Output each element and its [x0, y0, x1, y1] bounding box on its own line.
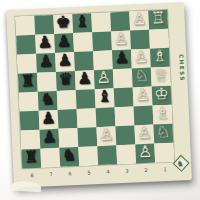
rank-label-4: 4: [98, 166, 117, 177]
square-h5: [78, 146, 98, 166]
square-h7: [40, 148, 60, 168]
black-pawn: ♟: [54, 31, 74, 51]
black-pawn: ♟: [75, 68, 95, 88]
square-d1: ♕: [151, 67, 171, 87]
brand-text: CHESS: [178, 54, 185, 82]
knight-logo-icon: ♞: [172, 155, 189, 172]
square-c8: [17, 54, 37, 74]
mat-corner-curl: [11, 181, 42, 193]
rank-label-8: 8: [22, 170, 41, 181]
square-b5: [73, 32, 93, 52]
black-pawn: ♟: [55, 50, 75, 70]
square-f1: ♗: [153, 105, 173, 125]
square-f7: ♟: [39, 110, 59, 130]
square-a5: ♝: [72, 13, 92, 33]
square-g7: ♟: [40, 129, 60, 149]
square-e3: [114, 87, 134, 107]
square-h4: [97, 145, 117, 165]
white-pawn: ♙: [134, 123, 154, 143]
white-pawn: ♙: [111, 29, 131, 49]
rank-label-3: 3: [117, 165, 136, 176]
brand-logo: ♞: [172, 154, 189, 171]
white-pawn: ♙: [135, 142, 155, 162]
square-g1: ♘: [153, 124, 173, 144]
square-a8: [15, 16, 35, 36]
square-g8: [21, 130, 41, 150]
square-f5: [77, 108, 97, 128]
square-c2: ♙: [131, 49, 151, 69]
square-f8: [20, 111, 40, 131]
square-g3: [115, 125, 135, 145]
square-f6: [58, 109, 78, 129]
black-queen: ♛: [56, 69, 76, 89]
square-e4: ♝: [95, 88, 115, 108]
square-h3: [116, 144, 136, 164]
square-e5: [76, 89, 96, 109]
square-h8: ♜: [21, 149, 41, 169]
square-e6: [57, 90, 77, 110]
black-bishop: ♝: [95, 86, 115, 106]
square-h6: ♞: [59, 147, 79, 167]
rank-label-2: 2: [136, 165, 155, 176]
square-e1: ♔: [152, 86, 172, 106]
white-pawn: ♙: [131, 47, 151, 67]
square-f4: [96, 107, 116, 127]
black-bishop: ♝: [72, 11, 92, 31]
square-e2: ♙: [133, 87, 153, 107]
square-h2: ♙: [135, 144, 155, 164]
square-c1: ♗: [150, 48, 170, 68]
rank-label-5: 5: [79, 167, 98, 178]
square-b1: [149, 29, 169, 49]
black-knight: ♞: [59, 145, 79, 165]
square-d2: ♘: [132, 68, 152, 88]
black-rook: ♜: [21, 147, 41, 167]
square-b8: [16, 35, 36, 55]
square-d3: [113, 68, 133, 88]
white-rook: ♖: [148, 8, 168, 28]
square-a7: [34, 15, 54, 35]
square-g6: [58, 128, 78, 148]
black-pawn: ♟: [39, 108, 59, 128]
white-queen: ♕: [151, 65, 171, 85]
square-f2: [134, 106, 154, 126]
white-pawn: ♙: [129, 9, 149, 29]
square-b7: ♟: [35, 34, 55, 54]
square-d6: ♛: [56, 71, 76, 91]
white-knight: ♘: [132, 66, 152, 86]
white-bishop: ♗: [150, 46, 170, 66]
square-a1: ♖: [148, 10, 168, 30]
white-pawn: ♙: [133, 85, 153, 105]
black-king: ♚: [53, 12, 73, 32]
square-e7: ♞: [38, 91, 58, 111]
square-b4: [92, 31, 112, 51]
white-king: ♔: [152, 84, 172, 104]
black-pawn: ♟: [36, 51, 56, 71]
square-b2: [130, 30, 150, 50]
black-pawn: ♟: [35, 32, 55, 52]
square-a3: [110, 12, 130, 32]
square-b3: ♙: [111, 31, 131, 51]
black-pawn: ♟: [112, 48, 132, 68]
square-d4: ♙: [94, 69, 114, 89]
square-c7: ♟: [36, 53, 56, 73]
white-pawn: ♙: [94, 67, 114, 87]
square-d8: ♜: [18, 73, 38, 93]
square-a6: ♚: [53, 14, 73, 34]
square-c4: [93, 50, 113, 70]
square-c5: [74, 51, 94, 71]
chess-mat: ♚♝♙♖♟♟♙♟♟♟♙♗♜♛♟♙♘♕♞♝♙♔♟♗♟♙♙♘♜♞♙ 87654321…: [6, 2, 192, 188]
rank-label-7: 7: [41, 169, 60, 180]
rank-label-6: 6: [60, 168, 79, 179]
photo-scene: ♚♝♙♖♟♟♙♟♟♟♙♗♜♛♟♙♘♕♞♝♙♔♟♗♟♙♙♘♜♞♙ 87654321…: [0, 0, 200, 200]
square-a4: [91, 12, 111, 32]
square-g4: ♙: [96, 126, 116, 146]
white-pawn: ♙: [96, 124, 116, 144]
black-rook: ♜: [18, 71, 38, 91]
black-pawn: ♟: [39, 127, 59, 147]
square-g5: [77, 127, 97, 147]
square-a2: ♙: [129, 11, 149, 31]
square-f3: [115, 106, 135, 126]
chess-board: ♚♝♙♖♟♟♙♟♟♟♙♗♜♛♟♙♘♕♞♝♙♔♟♗♟♙♙♘♜♞♙: [15, 10, 174, 169]
square-c3: ♟: [112, 50, 132, 70]
square-c6: ♟: [55, 52, 75, 72]
square-e8: [19, 92, 39, 112]
white-knight: ♘: [153, 122, 173, 142]
square-b6: ♟: [54, 33, 74, 53]
square-g2: ♙: [134, 125, 154, 145]
white-bishop: ♗: [152, 103, 172, 123]
square-d7: [37, 72, 57, 92]
black-knight: ♞: [38, 89, 58, 109]
square-d5: ♟: [75, 70, 95, 90]
